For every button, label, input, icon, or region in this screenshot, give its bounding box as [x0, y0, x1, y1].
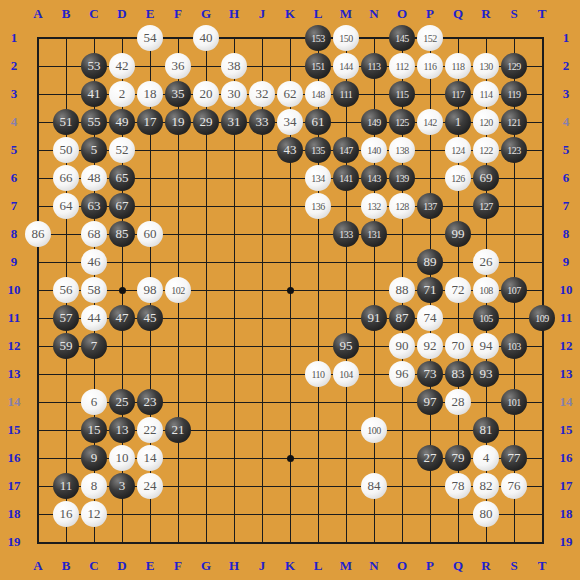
- row-label-left-18: 18: [0, 501, 28, 527]
- row-label-left-10: 10: [0, 277, 28, 303]
- stone-black-Q4[interactable]: 1: [445, 109, 471, 135]
- row-label-left-8: 8: [0, 221, 28, 247]
- stone-white-D5[interactable]: 52: [109, 137, 135, 163]
- row-label-right-14: 14: [552, 389, 580, 415]
- stone-black-B11[interactable]: 57: [53, 305, 79, 331]
- stone-white-B18[interactable]: 16: [53, 501, 79, 527]
- col-label-top-O: O: [388, 1, 416, 27]
- col-label-top-N: N: [360, 1, 388, 27]
- stone-black-S16[interactable]: 77: [501, 445, 527, 471]
- col-label-top-P: P: [416, 1, 444, 27]
- stone-white-K3[interactable]: 62: [277, 81, 303, 107]
- stone-black-N8[interactable]: 131: [361, 221, 387, 247]
- stone-black-H4[interactable]: 31: [221, 109, 247, 135]
- stone-white-N5[interactable]: 140: [361, 137, 387, 163]
- stone-black-M3[interactable]: 111: [333, 81, 359, 107]
- row-label-left-15: 15: [0, 417, 28, 443]
- col-label-bottom-F: F: [164, 553, 192, 579]
- stone-black-B4[interactable]: 51: [53, 109, 79, 135]
- col-label-top-A: A: [24, 1, 52, 27]
- stone-white-C10[interactable]: 58: [81, 277, 107, 303]
- stone-white-R4[interactable]: 120: [473, 109, 499, 135]
- stone-black-N6[interactable]: 143: [361, 165, 387, 191]
- row-label-left-5: 5: [0, 137, 28, 163]
- go-board[interactable]: AABBCCDDEEFFGGHHJJKKLLMMNNOOPPQQRRSSTT11…: [0, 0, 580, 580]
- stone-black-J4[interactable]: 33: [249, 109, 275, 135]
- stone-black-C2[interactable]: 53: [81, 53, 107, 79]
- col-label-bottom-B: B: [52, 553, 80, 579]
- stone-black-G4[interactable]: 29: [193, 109, 219, 135]
- stone-white-P11[interactable]: 74: [417, 305, 443, 331]
- row-label-left-12: 12: [0, 333, 28, 359]
- stone-black-S12[interactable]: 103: [501, 333, 527, 359]
- stone-black-M12[interactable]: 95: [333, 333, 359, 359]
- col-label-bottom-L: L: [304, 553, 332, 579]
- row-label-right-12: 12: [552, 333, 580, 359]
- row-label-left-16: 16: [0, 445, 28, 471]
- col-label-bottom-O: O: [388, 553, 416, 579]
- star-point-K10: [287, 287, 294, 294]
- col-label-bottom-D: D: [108, 553, 136, 579]
- stone-white-L13[interactable]: 110: [305, 361, 331, 387]
- stone-black-F3[interactable]: 35: [165, 81, 191, 107]
- stone-white-S17[interactable]: 76: [501, 473, 527, 499]
- stone-white-P12[interactable]: 92: [417, 333, 443, 359]
- stone-black-C7[interactable]: 63: [81, 193, 107, 219]
- row-label-right-19: 19: [552, 529, 580, 555]
- stone-white-E15[interactable]: 22: [137, 417, 163, 443]
- stone-black-Q16[interactable]: 79: [445, 445, 471, 471]
- stone-black-S2[interactable]: 129: [501, 53, 527, 79]
- row-label-right-8: 8: [552, 221, 580, 247]
- stone-black-M5[interactable]: 147: [333, 137, 359, 163]
- col-label-bottom-E: E: [136, 553, 164, 579]
- stone-black-E14[interactable]: 23: [137, 389, 163, 415]
- stone-white-R12[interactable]: 94: [473, 333, 499, 359]
- stone-black-D4[interactable]: 49: [109, 109, 135, 135]
- stone-white-M2[interactable]: 144: [333, 53, 359, 79]
- stone-white-D2[interactable]: 42: [109, 53, 135, 79]
- stone-white-Q2[interactable]: 118: [445, 53, 471, 79]
- stone-black-D11[interactable]: 47: [109, 305, 135, 331]
- stone-white-B6[interactable]: 66: [53, 165, 79, 191]
- stone-white-O5[interactable]: 138: [389, 137, 415, 163]
- stone-black-Q13[interactable]: 83: [445, 361, 471, 387]
- row-label-right-10: 10: [552, 277, 580, 303]
- stone-white-M13[interactable]: 104: [333, 361, 359, 387]
- col-label-bottom-T: T: [528, 553, 556, 579]
- stone-white-C11[interactable]: 44: [81, 305, 107, 331]
- stone-white-E10[interactable]: 98: [137, 277, 163, 303]
- stone-black-O6[interactable]: 139: [389, 165, 415, 191]
- stone-white-B7[interactable]: 64: [53, 193, 79, 219]
- stone-white-P2[interactable]: 116: [417, 53, 443, 79]
- row-label-left-3: 3: [0, 81, 28, 107]
- col-label-bottom-P: P: [416, 553, 444, 579]
- row-label-right-15: 15: [552, 417, 580, 443]
- stone-white-Q10[interactable]: 72: [445, 277, 471, 303]
- col-label-bottom-N: N: [360, 553, 388, 579]
- row-label-left-1: 1: [0, 25, 28, 51]
- stone-black-P10[interactable]: 71: [417, 277, 443, 303]
- row-label-left-19: 19: [0, 529, 28, 555]
- col-label-top-M: M: [332, 1, 360, 27]
- star-point-K16: [287, 455, 294, 462]
- stone-black-D17[interactable]: 3: [109, 473, 135, 499]
- col-label-bottom-S: S: [500, 553, 528, 579]
- stone-black-O4[interactable]: 125: [389, 109, 415, 135]
- row-label-left-17: 17: [0, 473, 28, 499]
- row-label-right-11: 11: [552, 305, 580, 331]
- row-label-left-7: 7: [0, 193, 28, 219]
- stone-black-L4[interactable]: 61: [305, 109, 331, 135]
- stone-white-L6[interactable]: 134: [305, 165, 331, 191]
- col-label-bottom-K: K: [276, 553, 304, 579]
- stone-white-R18[interactable]: 80: [473, 501, 499, 527]
- stone-black-R13[interactable]: 93: [473, 361, 499, 387]
- stone-black-R15[interactable]: 81: [473, 417, 499, 443]
- stone-white-R10[interactable]: 108: [473, 277, 499, 303]
- stone-white-Q14[interactable]: 28: [445, 389, 471, 415]
- stone-black-C4[interactable]: 55: [81, 109, 107, 135]
- row-label-right-18: 18: [552, 501, 580, 527]
- stone-white-E8[interactable]: 60: [137, 221, 163, 247]
- stone-black-O11[interactable]: 87: [389, 305, 415, 331]
- stone-black-R7[interactable]: 127: [473, 193, 499, 219]
- row-label-right-13: 13: [552, 361, 580, 387]
- col-label-bottom-J: J: [248, 553, 276, 579]
- stone-black-S14[interactable]: 101: [501, 389, 527, 415]
- stone-white-F10[interactable]: 102: [165, 277, 191, 303]
- stone-white-A8[interactable]: 86: [25, 221, 51, 247]
- stone-black-C3[interactable]: 41: [81, 81, 107, 107]
- stone-black-P13[interactable]: 73: [417, 361, 443, 387]
- col-label-top-T: T: [528, 1, 556, 27]
- stone-white-L3[interactable]: 148: [305, 81, 331, 107]
- stone-white-K4[interactable]: 34: [277, 109, 303, 135]
- stone-white-O13[interactable]: 96: [389, 361, 415, 387]
- stone-white-C9[interactable]: 46: [81, 249, 107, 275]
- col-label-top-E: E: [136, 1, 164, 27]
- stone-white-Q5[interactable]: 124: [445, 137, 471, 163]
- col-label-top-S: S: [500, 1, 528, 27]
- stone-black-C16[interactable]: 9: [81, 445, 107, 471]
- stone-black-Q8[interactable]: 99: [445, 221, 471, 247]
- col-label-top-C: C: [80, 1, 108, 27]
- col-label-bottom-M: M: [332, 553, 360, 579]
- stone-black-E4[interactable]: 17: [137, 109, 163, 135]
- stone-white-H2[interactable]: 38: [221, 53, 247, 79]
- stone-white-C18[interactable]: 12: [81, 501, 107, 527]
- stone-black-D8[interactable]: 85: [109, 221, 135, 247]
- col-label-top-F: F: [164, 1, 192, 27]
- stone-black-Q3[interactable]: 117: [445, 81, 471, 107]
- col-label-top-D: D: [108, 1, 136, 27]
- stone-black-D15[interactable]: 13: [109, 417, 135, 443]
- stone-white-J3[interactable]: 32: [249, 81, 275, 107]
- row-label-left-14: 14: [0, 389, 28, 415]
- col-label-bottom-C: C: [80, 553, 108, 579]
- stone-white-D3[interactable]: 2: [109, 81, 135, 107]
- stone-white-E3[interactable]: 18: [137, 81, 163, 107]
- stone-white-M1[interactable]: 150: [333, 25, 359, 51]
- stone-black-N11[interactable]: 91: [361, 305, 387, 331]
- stone-white-R16[interactable]: 4: [473, 445, 499, 471]
- stone-black-D7[interactable]: 67: [109, 193, 135, 219]
- stone-black-C5[interactable]: 5: [81, 137, 107, 163]
- row-label-left-13: 13: [0, 361, 28, 387]
- stone-black-P7[interactable]: 137: [417, 193, 443, 219]
- stone-white-D16[interactable]: 10: [109, 445, 135, 471]
- stone-black-S3[interactable]: 119: [501, 81, 527, 107]
- stone-white-N17[interactable]: 84: [361, 473, 387, 499]
- stone-white-P1[interactable]: 152: [417, 25, 443, 51]
- stone-black-T11[interactable]: 109: [529, 305, 555, 331]
- row-label-left-6: 6: [0, 165, 28, 191]
- row-label-right-6: 6: [552, 165, 580, 191]
- stone-black-C12[interactable]: 7: [81, 333, 107, 359]
- stone-black-S5[interactable]: 123: [501, 137, 527, 163]
- stone-black-O3[interactable]: 115: [389, 81, 415, 107]
- stone-black-F4[interactable]: 19: [165, 109, 191, 135]
- stone-white-P4[interactable]: 142: [417, 109, 443, 135]
- stone-white-L7[interactable]: 136: [305, 193, 331, 219]
- row-label-right-2: 2: [552, 53, 580, 79]
- stone-white-R3[interactable]: 114: [473, 81, 499, 107]
- stone-white-E16[interactable]: 14: [137, 445, 163, 471]
- stone-white-R2[interactable]: 130: [473, 53, 499, 79]
- row-label-right-1: 1: [552, 25, 580, 51]
- stone-white-G3[interactable]: 20: [193, 81, 219, 107]
- stone-white-C14[interactable]: 6: [81, 389, 107, 415]
- stone-black-S4[interactable]: 121: [501, 109, 527, 135]
- row-label-right-16: 16: [552, 445, 580, 471]
- stone-black-D14[interactable]: 25: [109, 389, 135, 415]
- stone-white-Q17[interactable]: 78: [445, 473, 471, 499]
- stone-white-E17[interactable]: 24: [137, 473, 163, 499]
- col-label-top-J: J: [248, 1, 276, 27]
- row-label-left-11: 11: [0, 305, 28, 331]
- stone-black-O1[interactable]: 145: [389, 25, 415, 51]
- stone-white-O12[interactable]: 90: [389, 333, 415, 359]
- col-label-bottom-A: A: [24, 553, 52, 579]
- stone-black-L5[interactable]: 135: [305, 137, 331, 163]
- col-label-bottom-G: G: [192, 553, 220, 579]
- col-label-top-G: G: [192, 1, 220, 27]
- stone-white-B5[interactable]: 50: [53, 137, 79, 163]
- col-label-top-Q: Q: [444, 1, 472, 27]
- stone-white-G1[interactable]: 40: [193, 25, 219, 51]
- stone-white-C6[interactable]: 48: [81, 165, 107, 191]
- stone-white-R5[interactable]: 122: [473, 137, 499, 163]
- col-label-top-K: K: [276, 1, 304, 27]
- row-label-right-4: 4: [552, 109, 580, 135]
- stone-white-B10[interactable]: 56: [53, 277, 79, 303]
- stone-black-E11[interactable]: 45: [137, 305, 163, 331]
- stone-black-P16[interactable]: 27: [417, 445, 443, 471]
- stone-black-N2[interactable]: 113: [361, 53, 387, 79]
- stone-white-R17[interactable]: 82: [473, 473, 499, 499]
- stone-black-C15[interactable]: 15: [81, 417, 107, 443]
- stone-black-M8[interactable]: 133: [333, 221, 359, 247]
- stone-white-Q12[interactable]: 70: [445, 333, 471, 359]
- stone-black-N4[interactable]: 149: [361, 109, 387, 135]
- stone-black-S10[interactable]: 107: [501, 277, 527, 303]
- row-label-left-2: 2: [0, 53, 28, 79]
- stone-black-L2[interactable]: 151: [305, 53, 331, 79]
- row-label-left-9: 9: [0, 249, 28, 275]
- col-label-bottom-R: R: [472, 553, 500, 579]
- row-label-right-7: 7: [552, 193, 580, 219]
- stone-black-F15[interactable]: 21: [165, 417, 191, 443]
- row-label-left-4: 4: [0, 109, 28, 135]
- stone-black-B12[interactable]: 59: [53, 333, 79, 359]
- stone-white-Q6[interactable]: 126: [445, 165, 471, 191]
- stone-black-P14[interactable]: 97: [417, 389, 443, 415]
- col-label-top-L: L: [304, 1, 332, 27]
- stone-white-F2[interactable]: 36: [165, 53, 191, 79]
- stone-black-R11[interactable]: 105: [473, 305, 499, 331]
- row-label-right-5: 5: [552, 137, 580, 163]
- stone-white-C17[interactable]: 8: [81, 473, 107, 499]
- col-label-bottom-Q: Q: [444, 553, 472, 579]
- stone-black-R6[interactable]: 69: [473, 165, 499, 191]
- stone-white-E1[interactable]: 54: [137, 25, 163, 51]
- col-label-top-H: H: [220, 1, 248, 27]
- stone-black-M6[interactable]: 141: [333, 165, 359, 191]
- stone-black-L1[interactable]: 153: [305, 25, 331, 51]
- stone-black-P9[interactable]: 89: [417, 249, 443, 275]
- row-label-right-17: 17: [552, 473, 580, 499]
- stone-white-O10[interactable]: 88: [389, 277, 415, 303]
- row-label-right-9: 9: [552, 249, 580, 275]
- stone-white-O2[interactable]: 112: [389, 53, 415, 79]
- stone-white-R9[interactable]: 26: [473, 249, 499, 275]
- stone-black-D6[interactable]: 65: [109, 165, 135, 191]
- col-label-top-B: B: [52, 1, 80, 27]
- stone-white-C8[interactable]: 68: [81, 221, 107, 247]
- row-label-right-3: 3: [552, 81, 580, 107]
- stone-white-H3[interactable]: 30: [221, 81, 247, 107]
- col-label-bottom-H: H: [220, 553, 248, 579]
- stone-black-B17[interactable]: 11: [53, 473, 79, 499]
- stone-black-K5[interactable]: 43: [277, 137, 303, 163]
- stone-white-O7[interactable]: 128: [389, 193, 415, 219]
- col-label-top-R: R: [472, 1, 500, 27]
- stone-white-N7[interactable]: 132: [361, 193, 387, 219]
- stone-white-N15[interactable]: 100: [361, 417, 387, 443]
- star-point-D10: [119, 287, 126, 294]
